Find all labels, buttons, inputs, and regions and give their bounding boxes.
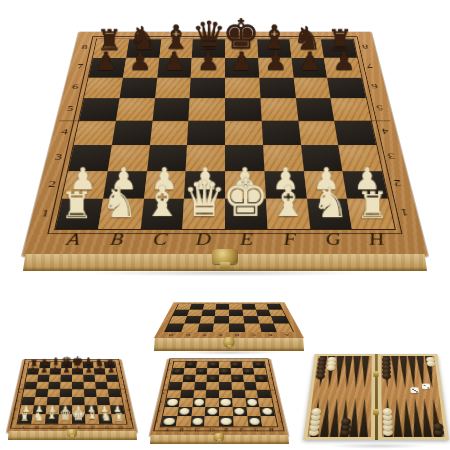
piece-white-knight: ♞ <box>312 183 349 224</box>
piece-white-knight: ♞ <box>100 410 111 422</box>
file-label-b: B <box>94 232 139 248</box>
die-pip <box>427 387 429 388</box>
square-g2 <box>246 407 261 416</box>
square-e4 <box>72 389 84 397</box>
square-c7: ♟ <box>157 58 192 78</box>
file-label-f: F <box>234 428 249 433</box>
square-b4 <box>112 121 152 145</box>
square-b6 <box>182 375 195 382</box>
square-f6 <box>259 77 295 98</box>
square-b2 <box>177 407 192 416</box>
rank-label-right-7: 7 <box>359 63 381 70</box>
square-c5 <box>48 382 60 389</box>
square-h5 <box>107 382 120 389</box>
rank-label-left-1: 1 <box>153 420 162 423</box>
piece-white-rook: ♜ <box>356 187 389 224</box>
point-icon <box>334 356 344 388</box>
square-a8: ♜ <box>28 362 40 368</box>
checker-light <box>262 408 273 415</box>
square-b1: ♞ <box>31 414 45 424</box>
die-pip <box>414 390 416 391</box>
square-g6 <box>243 375 256 382</box>
die-pip <box>416 391 418 392</box>
square-a6 <box>84 77 123 98</box>
checker-dark <box>233 376 242 381</box>
square-b3 <box>179 398 193 407</box>
square-h8: ♜ <box>104 362 116 368</box>
piece-black-queen: ♛ <box>191 16 225 54</box>
rank-label-left-8: 8 <box>74 44 95 51</box>
point-icon <box>320 398 332 437</box>
square-h4 <box>334 121 376 145</box>
square-d8: ♛ <box>61 362 72 368</box>
thumbnail-backgammon-board <box>302 330 450 450</box>
rank-label-right-3: 3 <box>123 399 131 402</box>
file-label-c: C <box>44 425 58 429</box>
square-e5 <box>219 382 232 390</box>
square-g6 <box>94 375 106 382</box>
square-f8: ♝ <box>83 362 94 368</box>
rank-label-left-1: 1 <box>9 417 17 420</box>
piece-black-pawn: ♟ <box>97 366 104 374</box>
folded-letter-a: A <box>284 334 289 337</box>
checker-light <box>221 399 231 405</box>
square-a4 <box>74 121 116 145</box>
square-h5 <box>331 98 371 120</box>
file-label-g: G <box>100 425 115 429</box>
square-b8 <box>184 361 196 367</box>
square-h6 <box>106 375 119 382</box>
main-board-shadow <box>30 268 420 278</box>
square-f5 <box>84 382 96 389</box>
checker-light <box>207 408 217 415</box>
checker-dark <box>221 369 230 374</box>
folded-square <box>229 323 245 331</box>
square-g1: ♞ <box>306 199 352 229</box>
square-e4 <box>225 121 263 145</box>
square-d4 <box>60 389 72 397</box>
checker-light <box>221 418 231 425</box>
rank-label-right-1: 1 <box>277 420 286 423</box>
piece-black-rook: ♜ <box>30 359 38 368</box>
square-c4 <box>47 389 60 397</box>
point-icon <box>411 398 423 437</box>
rank-label-left-6: 6 <box>64 83 86 90</box>
piece-black-rook: ♜ <box>97 26 123 55</box>
backgammon-left-half <box>303 354 375 440</box>
checker-light <box>192 418 203 425</box>
square-f6 <box>231 375 244 382</box>
square-a4 <box>23 389 36 397</box>
piece-black-bishop: ♝ <box>51 357 60 367</box>
checker-dark <box>197 369 206 374</box>
square-e2 <box>219 407 233 416</box>
piece-white-rook: ♜ <box>114 412 124 423</box>
backgammon-open-board <box>303 354 449 440</box>
square-f2 <box>232 407 246 416</box>
square-h1 <box>261 416 277 426</box>
square-b5 <box>181 382 194 390</box>
square-f1: ♝ <box>85 414 99 424</box>
product-photo: ♜♞♝♛♚♝♞♜♟♟♟♟♟♟♟♟♟♟♟♟♟♟♟♟♜♞♝♛♚♝♞♜ABCDEFGH… <box>0 0 450 450</box>
backgammon-right-half <box>377 354 449 440</box>
square-c6 <box>195 375 208 382</box>
square-a7: ♟ <box>27 368 39 375</box>
square-e7: ♟ <box>72 368 83 375</box>
square-e8: ♚ <box>225 39 258 57</box>
square-e1 <box>219 416 233 426</box>
board-surface: ABCDEFGH8765432187654321 <box>150 359 289 437</box>
board-surface: ♜♞♝♛♚♝♞♜♟♟♟♟♟♟♟♟♟♟♟♟♟♟♟♟♜♞♝♛♚♝♞♜ABCDEFGH… <box>7 360 138 433</box>
square-a7 <box>171 368 184 375</box>
piece-black-pawn: ♟ <box>231 49 254 74</box>
checker-light <box>167 399 178 405</box>
square-c4 <box>193 390 206 398</box>
square-h7: ♟ <box>324 58 361 78</box>
square-b4 <box>35 389 48 397</box>
square-d7: ♟ <box>61 368 72 375</box>
backgammon-shadow <box>308 442 448 450</box>
point-icon <box>349 398 359 437</box>
square-c1: ♝ <box>45 414 59 424</box>
rank-label-left-6: 6 <box>19 376 26 378</box>
square-e7 <box>219 368 231 375</box>
square-d5 <box>189 98 225 120</box>
square-d8: ♛ <box>192 39 225 57</box>
playing-area: ♜♞♝♛♚♝♞♜♟♟♟♟♟♟♟♟♟♟♟♟♟♟♟♟♜♞♝♛♚♝♞♜ <box>54 39 396 230</box>
square-c4 <box>149 121 188 145</box>
square-f5 <box>231 382 244 390</box>
square-e5 <box>72 382 84 389</box>
square-h7 <box>254 368 267 375</box>
piece-black-pawn: ♟ <box>163 49 186 74</box>
piece-white-bishop: ♝ <box>87 410 98 422</box>
square-b8: ♞ <box>39 362 51 368</box>
square-f4 <box>232 390 245 398</box>
square-c6 <box>49 375 61 382</box>
thumbnail-chess-latch-icon <box>67 429 77 436</box>
checker-dark <box>254 362 263 367</box>
square-d4 <box>206 390 219 398</box>
square-g3 <box>245 398 259 407</box>
square-d1: ♛ <box>183 199 225 229</box>
piece-black-pawn: ♟ <box>41 366 48 374</box>
point-icon <box>391 356 400 388</box>
fold-seam <box>162 389 277 390</box>
square-g5 <box>95 382 108 389</box>
checker-light <box>163 418 175 425</box>
piece-white-bishop: ♝ <box>269 182 307 224</box>
square-f3 <box>232 398 246 407</box>
rank-label-left-5: 5 <box>17 384 24 386</box>
square-g5 <box>243 382 256 390</box>
rank-label-right-4: 4 <box>373 128 397 137</box>
piece-black-pawn: ♟ <box>108 366 115 374</box>
point-icon <box>393 398 403 437</box>
rank-label-right-8: 8 <box>116 363 123 365</box>
checker-dark <box>186 362 195 367</box>
file-label-e: E <box>219 428 234 433</box>
square-g4 <box>298 121 338 145</box>
square-c7 <box>195 368 207 375</box>
point-icon <box>330 398 342 437</box>
rank-label-left-8: 8 <box>22 363 29 365</box>
square-b7: ♟ <box>123 58 159 78</box>
square-h1: ♜ <box>347 199 394 229</box>
file-label-g: G <box>249 428 265 433</box>
square-c1 <box>190 416 205 426</box>
file-label-h: H <box>264 428 280 433</box>
square-b5 <box>36 382 49 389</box>
square-e6 <box>219 375 231 382</box>
square-e6 <box>72 375 84 382</box>
square-b5 <box>116 98 155 120</box>
file-label-c: C <box>138 232 183 248</box>
piece-black-pawn: ♟ <box>298 49 321 74</box>
file-label-a: A <box>50 232 96 248</box>
rank-label-right-2: 2 <box>275 410 283 413</box>
square-d4 <box>187 121 225 145</box>
rank-label-right-5: 5 <box>120 384 127 386</box>
square-h8: ♜ <box>321 39 357 57</box>
backgammon-checker-dark <box>341 418 351 425</box>
square-b7: ♟ <box>38 368 50 375</box>
checker-light <box>234 408 244 415</box>
square-a8: ♜ <box>93 39 129 57</box>
checker-light <box>249 418 260 425</box>
piece-black-pawn: ♟ <box>197 49 220 74</box>
square-h7: ♟ <box>105 368 117 375</box>
file-label-f: F <box>86 425 100 429</box>
file-label-c: C <box>189 428 204 433</box>
rank-label-right-6: 6 <box>118 376 125 378</box>
square-d7: ♟ <box>191 58 225 78</box>
square-c5 <box>194 382 207 390</box>
square-b7 <box>183 368 196 375</box>
checker-dark <box>184 376 193 381</box>
rank-label-left-5: 5 <box>161 384 168 386</box>
rank-label-right-4: 4 <box>271 392 279 395</box>
square-h4 <box>257 390 271 398</box>
square-a5 <box>79 98 119 120</box>
board-surface: ♜♞♝♛♚♝♞♜♟♟♟♟♟♟♟♟♟♟♟♟♟♟♟♟♜♞♝♛♚♝♞♜ABCDEFGH… <box>22 32 428 256</box>
point-icon <box>402 398 413 437</box>
piece-black-pawn: ♟ <box>264 49 287 74</box>
checker-light <box>247 399 257 405</box>
square-e1: ♚ <box>72 414 86 424</box>
rank-label-right-8: 8 <box>265 363 272 365</box>
die-pip <box>423 385 425 386</box>
checker-light <box>179 408 190 415</box>
square-e3 <box>219 398 232 407</box>
folded-checker-surface <box>164 304 294 333</box>
folded-square <box>197 323 214 331</box>
square-g7 <box>242 368 255 375</box>
square-g7: ♟ <box>291 58 327 78</box>
checker-light <box>194 399 204 405</box>
square-f4 <box>261 121 300 145</box>
rank-label-right-4: 4 <box>121 391 129 394</box>
rank-label-right-6: 6 <box>268 377 275 379</box>
square-d5 <box>206 382 219 390</box>
square-a3 <box>165 398 180 407</box>
point-icon <box>343 356 353 388</box>
folded-square <box>274 323 293 331</box>
square-f8: ♝ <box>257 39 291 57</box>
square-g8 <box>241 361 253 367</box>
playing-area: ♜♞♝♛♚♝♞♜♟♟♟♟♟♟♟♟♟♟♟♟♟♟♟♟♜♞♝♛♚♝♞♜ <box>16 361 127 424</box>
square-d8 <box>207 361 219 367</box>
rank-label-left-5: 5 <box>58 104 81 112</box>
die-icon <box>421 384 430 390</box>
square-d1: ♛ <box>58 414 72 424</box>
square-e4 <box>219 390 232 398</box>
folded-square <box>214 316 229 323</box>
square-b4 <box>180 390 194 398</box>
rank-label-right-3: 3 <box>379 152 404 161</box>
point-icon <box>352 356 361 388</box>
piece-black-rook: ♜ <box>327 26 353 55</box>
piece-black-king: ♚ <box>72 355 83 367</box>
backgammon-checker-dark <box>382 373 391 379</box>
checker-dark <box>173 369 182 374</box>
rank-label-right-8: 8 <box>355 44 376 51</box>
piece-white-king: ♚ <box>72 407 86 422</box>
square-a8 <box>173 361 186 367</box>
piece-white-king: ♚ <box>222 171 269 224</box>
piece-black-pawn: ♟ <box>74 366 81 374</box>
checker-dark <box>209 376 218 381</box>
square-c3 <box>192 398 206 407</box>
square-f7 <box>231 368 243 375</box>
file-label-b: B <box>30 425 45 429</box>
rank-label-right-1: 1 <box>391 208 418 219</box>
point-icon <box>361 356 370 388</box>
square-f1: ♝ <box>266 199 310 229</box>
hinge-icon <box>373 409 379 415</box>
checker-dark <box>209 362 217 367</box>
piece-white-rook: ♜ <box>20 412 30 423</box>
square-d1 <box>205 416 219 426</box>
square-g8: ♞ <box>289 39 324 57</box>
square-d6 <box>60 375 72 382</box>
square-b1: ♞ <box>98 199 144 229</box>
square-b8: ♞ <box>126 39 161 57</box>
square-g1 <box>247 416 263 426</box>
piece-black-pawn: ♟ <box>332 49 355 74</box>
square-c8: ♝ <box>50 362 61 368</box>
backgammon-checker-light <box>427 361 436 367</box>
folded-square <box>271 316 289 323</box>
piece-black-knight: ♞ <box>129 23 158 55</box>
piece-black-knight: ♞ <box>41 358 50 368</box>
checker-dark <box>232 362 241 367</box>
backgammon-checker-light <box>382 408 392 415</box>
square-g4 <box>96 389 109 397</box>
folded-square <box>199 316 215 323</box>
square-f7: ♟ <box>258 58 293 78</box>
square-b6 <box>119 77 157 98</box>
rank-label-left-8: 8 <box>166 363 173 365</box>
piece-black-king: ♚ <box>223 14 260 55</box>
square-b1 <box>176 416 192 426</box>
square-a5 <box>168 382 182 390</box>
file-label-a: A <box>15 425 30 429</box>
square-c6 <box>155 77 191 98</box>
square-e1: ♚ <box>225 199 267 229</box>
square-a5 <box>24 382 37 389</box>
piece-white-rook: ♜ <box>61 187 94 224</box>
square-g6 <box>293 77 331 98</box>
square-f1 <box>233 416 248 426</box>
point-icon <box>408 356 418 388</box>
file-label-g: G <box>311 232 356 248</box>
rank-label-left-7: 7 <box>69 63 91 70</box>
point-icon <box>359 398 368 437</box>
piece-black-pawn: ♟ <box>95 49 118 74</box>
file-label-f: F <box>268 232 313 248</box>
square-c8 <box>196 361 208 367</box>
rank-label-right-3: 3 <box>273 401 281 404</box>
square-f6 <box>83 375 95 382</box>
checker-dark <box>256 376 266 381</box>
piece-white-queen: ♛ <box>59 408 72 422</box>
point-icon <box>400 356 410 388</box>
square-h6 <box>327 77 366 98</box>
piece-black-bishop: ♝ <box>84 357 93 367</box>
square-h8 <box>253 361 266 367</box>
rank-label-right-7: 7 <box>117 370 124 372</box>
piece-black-pawn: ♟ <box>52 366 59 374</box>
folded-square <box>213 323 229 331</box>
file-label-b: B <box>174 428 190 433</box>
piece-black-knight: ♞ <box>293 23 322 55</box>
playing-area <box>160 361 279 427</box>
rank-label-left-4: 4 <box>52 128 76 137</box>
rank-label-right-5: 5 <box>269 384 276 386</box>
piece-black-pawn: ♟ <box>85 366 92 374</box>
square-h3 <box>258 398 273 407</box>
rank-label-left-7: 7 <box>165 369 172 371</box>
piece-black-bishop: ♝ <box>260 22 289 55</box>
square-h4 <box>108 389 121 397</box>
file-label-a: A <box>159 428 175 433</box>
main-latch-icon <box>212 249 238 264</box>
rank-label-right-1: 1 <box>126 417 134 420</box>
rank-label-left-2: 2 <box>155 410 163 413</box>
square-g5 <box>295 98 334 120</box>
square-e6 <box>225 77 260 98</box>
square-g1: ♞ <box>98 414 112 424</box>
piece-black-queen: ♛ <box>61 356 71 367</box>
rank-label-right-5: 5 <box>368 104 391 112</box>
piece-white-knight: ♞ <box>33 410 44 422</box>
square-e5 <box>225 98 261 120</box>
square-e8: ♚ <box>72 362 83 368</box>
square-f5 <box>260 98 298 120</box>
square-e7: ♟ <box>225 58 259 78</box>
piece-black-rook: ♜ <box>106 359 114 368</box>
square-d7 <box>207 368 219 375</box>
hinge-icon <box>373 371 378 376</box>
rank-label-left-7: 7 <box>20 370 27 372</box>
thumbnail-checkers-latch-icon <box>214 433 224 440</box>
square-h5 <box>256 382 270 390</box>
square-b6 <box>37 375 49 382</box>
piece-black-pawn: ♟ <box>63 366 70 374</box>
piece-white-queen: ♛ <box>182 175 226 224</box>
rank-label-left-4: 4 <box>159 392 167 395</box>
